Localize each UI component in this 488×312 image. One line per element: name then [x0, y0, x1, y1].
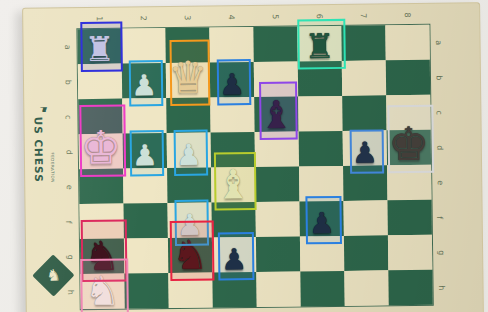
- file-label-right-g: g: [437, 250, 445, 255]
- square-h2[interactable]: [124, 273, 168, 309]
- square-e5[interactable]: [255, 166, 299, 202]
- square-h4[interactable]: [212, 272, 256, 308]
- square-g2[interactable]: [124, 238, 168, 274]
- square-c6[interactable]: [298, 96, 342, 132]
- square-a2[interactable]: [121, 28, 165, 64]
- rank-label-top-2: 2: [139, 16, 147, 21]
- white-knight-h1[interactable]: ♞: [80, 271, 124, 312]
- coordinate-labels: 12345678abcdefghabcdefgh: [23, 3, 479, 9]
- white-pawn-d2[interactable]: ♟: [123, 141, 167, 171]
- square-e2[interactable]: [123, 168, 167, 204]
- file-label-left-b: b: [64, 79, 72, 84]
- rank-label-top-7: 7: [359, 13, 367, 18]
- square-g6[interactable]: [300, 236, 344, 272]
- white-rook-a1[interactable]: ♜: [77, 32, 121, 67]
- file-label-left-e: e: [65, 184, 73, 189]
- rank-label-top-3: 3: [183, 15, 191, 20]
- black-bishop-c5[interactable]: ♝: [254, 95, 298, 134]
- rank-label-top-8: 8: [403, 13, 411, 18]
- square-h6[interactable]: [300, 271, 344, 307]
- black-pawn-b4[interactable]: ♟: [210, 70, 254, 100]
- square-f5[interactable]: [255, 201, 299, 237]
- file-label-left-d: d: [64, 149, 72, 154]
- square-h5[interactable]: [256, 271, 300, 307]
- square-h7[interactable]: [344, 270, 388, 306]
- rank-label-top-1: 1: [95, 16, 103, 21]
- file-label-left-c: c: [64, 115, 72, 120]
- black-knight-g3[interactable]: ♞: [168, 235, 212, 276]
- white-pawn-d3[interactable]: ♟: [167, 141, 211, 171]
- square-e6[interactable]: [299, 166, 343, 202]
- square-e3[interactable]: [167, 168, 211, 204]
- square-a4[interactable]: [209, 27, 253, 63]
- file-label-right-b: b: [434, 75, 442, 80]
- file-label-right-f: f: [435, 216, 443, 219]
- file-label-right-e: e: [436, 180, 444, 185]
- file-label-left-a: a: [63, 44, 71, 49]
- square-h8[interactable]: [388, 270, 432, 306]
- square-f2[interactable]: [123, 203, 167, 239]
- white-queen-b3[interactable]: ♛: [166, 56, 211, 101]
- square-e7[interactable]: [343, 165, 387, 201]
- black-pawn-d7[interactable]: ♟: [343, 138, 387, 168]
- piece-layer: ♜♟♛♟♜♝♚♟♟♟♝♟♚♟♞♞♟♞: [23, 3, 479, 9]
- file-label-right-c: c: [435, 110, 443, 115]
- file-label-left-f: f: [64, 220, 72, 223]
- rank-label-top-6: 6: [315, 14, 323, 19]
- black-king-d8[interactable]: ♚: [387, 121, 432, 168]
- brand-subname: FEDERATION: [50, 152, 55, 182]
- file-label-right-h: h: [437, 285, 445, 290]
- us-chess-brand: ⚑ US CHESS FEDERATION: [30, 104, 57, 214]
- white-bishop-e4[interactable]: ♝: [211, 164, 255, 205]
- square-c7[interactable]: [342, 95, 386, 131]
- square-b7[interactable]: [342, 60, 386, 96]
- square-f8[interactable]: [387, 200, 431, 236]
- flag-icon: ⚑: [38, 96, 48, 122]
- square-a8[interactable]: [385, 25, 429, 61]
- brand-name: US CHESS: [32, 117, 45, 183]
- square-c2[interactable]: [122, 98, 166, 134]
- square-b8[interactable]: [386, 60, 430, 96]
- square-a5[interactable]: [253, 26, 297, 62]
- black-pawn-f6[interactable]: ♟: [300, 209, 344, 239]
- board-photo: ⚑ US CHESS FEDERATION ♞ 12345678abcdefgh…: [0, 0, 488, 312]
- rank-label-top-5: 5: [271, 14, 279, 19]
- square-c4[interactable]: [210, 97, 254, 133]
- rank-label-top-4: 4: [227, 15, 235, 20]
- black-rook-a6[interactable]: ♜: [297, 29, 341, 64]
- chess-board: ⚑ US CHESS FEDERATION ♞ 12345678abcdefgh…: [22, 2, 484, 312]
- square-g8[interactable]: [388, 235, 432, 271]
- white-king-d1[interactable]: ♚: [79, 125, 124, 172]
- square-g7[interactable]: [344, 235, 388, 271]
- square-f7[interactable]: [343, 200, 387, 236]
- detection-overlay: [23, 3, 479, 9]
- file-label-right-d: d: [435, 145, 443, 150]
- square-g5[interactable]: [256, 236, 300, 272]
- square-a7[interactable]: [341, 25, 385, 61]
- white-pawn-b2[interactable]: ♟: [122, 71, 166, 101]
- file-label-left-h: h: [66, 289, 74, 294]
- square-d6[interactable]: [299, 131, 343, 167]
- file-label-right-a: a: [434, 40, 442, 45]
- black-pawn-g4[interactable]: ♟: [212, 245, 256, 275]
- file-label-left-g: g: [66, 254, 74, 259]
